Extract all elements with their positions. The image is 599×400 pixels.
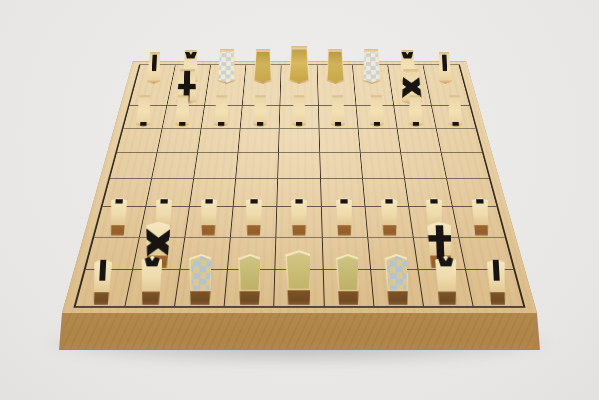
pawn-square-mark (335, 122, 341, 126)
pawn-square-mark (296, 199, 303, 204)
square-5a (281, 65, 318, 85)
pawn-square-mark (452, 122, 458, 126)
pawn-square-mark (179, 122, 185, 126)
square-3d (358, 129, 401, 153)
base-corner-marks (430, 292, 466, 305)
square-9b (129, 85, 171, 106)
square-2i (418, 270, 473, 306)
base-corner-marks (132, 292, 168, 305)
square-9f (102, 179, 152, 207)
square-3g (365, 207, 413, 237)
lance-bar-mark (493, 260, 499, 280)
square-1i (466, 270, 523, 306)
king-gold-inlay (276, 250, 323, 304)
pawn-square-mark (476, 199, 483, 204)
square-4d (319, 129, 360, 153)
square-4c (318, 106, 358, 129)
square-4e (320, 153, 363, 179)
square-5d (279, 129, 320, 153)
square-8i (126, 270, 181, 306)
piece-gote-lance (142, 52, 165, 84)
square-3e (360, 153, 404, 179)
square-3i (371, 270, 424, 306)
square-9d (117, 129, 163, 153)
square-7i (175, 270, 228, 306)
pawn-square-mark (250, 199, 257, 204)
base-corner-marks (86, 293, 116, 305)
lance-bar-mark (152, 54, 156, 71)
piece-gote-silver (211, 49, 241, 84)
square-6d (239, 129, 280, 153)
square-7e (194, 153, 238, 179)
plus-horizontal (424, 235, 456, 242)
knight-ears-mark (144, 257, 161, 267)
pawn-square-mark (341, 199, 348, 204)
piece-gote-gold (320, 49, 350, 84)
square-8d (157, 129, 201, 153)
square-9g (94, 207, 146, 237)
square-5c (280, 106, 319, 129)
pawn-square-mark (115, 199, 122, 204)
square-7c (202, 106, 243, 129)
square-7a (208, 65, 246, 85)
square-1g (453, 207, 505, 237)
knight-ears-mark (438, 257, 455, 267)
square-4g (321, 207, 368, 237)
pawn-square-mark (431, 199, 438, 204)
pawn-square-mark (374, 122, 380, 126)
square-9h (85, 237, 139, 270)
pawn-square-mark (160, 199, 167, 204)
lance-bar-mark (442, 54, 446, 71)
square-3a (353, 65, 391, 85)
piece-gote-king (282, 46, 316, 84)
square-2e (401, 153, 447, 179)
shogi-board-grid (73, 65, 525, 308)
square-6e (236, 153, 279, 179)
square-6a (245, 65, 282, 85)
pawn-square-mark (296, 122, 302, 126)
square-4i (323, 270, 374, 306)
silver-inlay (211, 49, 241, 84)
square-9e (110, 153, 158, 179)
king-gold-inlay (282, 46, 316, 84)
square-7g (185, 207, 233, 237)
square-6i (225, 270, 276, 306)
square-5i (275, 270, 325, 306)
base-corner-marks (483, 293, 513, 305)
square-1b (427, 85, 469, 106)
square-9c (123, 106, 167, 129)
square-1f (447, 179, 497, 207)
square-6g (231, 207, 278, 237)
piece-gote-gold (248, 49, 278, 84)
square-4a (317, 65, 354, 85)
square-3c (356, 106, 397, 129)
knight-ears-mark (185, 52, 197, 59)
gold-inlay (248, 49, 278, 84)
square-2d (397, 129, 441, 153)
pawn-square-mark (140, 122, 146, 126)
square-2c (394, 106, 436, 129)
square-1c (432, 106, 476, 129)
square-5e (278, 153, 320, 179)
pawn-square-mark (413, 122, 419, 126)
square-1d (436, 129, 482, 153)
piece-gote-lance (433, 52, 456, 84)
square-1e (441, 153, 489, 179)
pawn-square-mark (218, 122, 224, 126)
square-8c (163, 106, 205, 129)
square-5g (277, 207, 323, 237)
square-9i (76, 270, 133, 306)
square-1a (423, 65, 464, 85)
square-9a (135, 65, 176, 85)
piece-sente-king (276, 250, 323, 304)
pawn-square-mark (386, 199, 393, 204)
gold-inlay (320, 49, 350, 84)
lance-bar-mark (99, 260, 105, 280)
board-top-surface (62, 62, 537, 313)
knight-ears-mark (402, 52, 414, 59)
square-6c (241, 106, 281, 129)
piece-gote-silver (357, 49, 387, 84)
photo-background (0, 0, 599, 400)
pawn-square-mark (205, 199, 212, 204)
square-1h (459, 237, 513, 270)
silver-inlay (357, 49, 387, 84)
square-7d (198, 129, 241, 153)
square-8e (152, 153, 198, 179)
pawn-square-mark (257, 122, 263, 126)
plus-horizontal (174, 84, 199, 89)
